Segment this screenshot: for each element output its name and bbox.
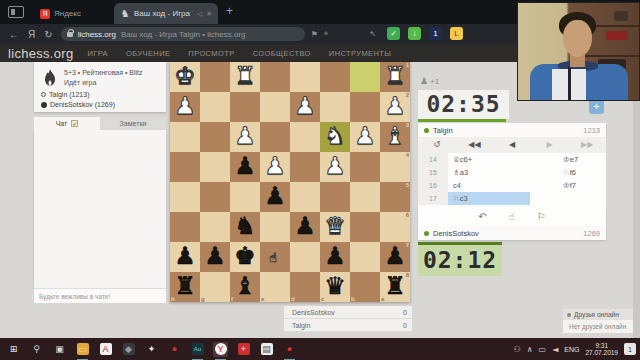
square-h3[interactable]	[170, 122, 200, 152]
crosstable-player: Talgin	[292, 322, 403, 329]
online-dot-icon	[424, 231, 429, 236]
red-swirl-browser-icon-glyph: ●	[172, 344, 177, 354]
cycle-icon[interactable]: ↺	[418, 137, 456, 153]
white-color-icon	[41, 92, 46, 97]
pin-icon[interactable]: ⌖	[324, 29, 329, 39]
square-e4[interactable]: ♟	[260, 152, 290, 182]
square-a5[interactable]: 5	[380, 182, 410, 212]
rank-label-3: 3	[406, 122, 409, 128]
task-view-icon-glyph: ▣	[55, 344, 64, 354]
white-rook: ♜	[230, 62, 260, 92]
white-pawn: ♟	[290, 92, 320, 122]
bookmark-icon[interactable]: ⚑	[311, 30, 318, 39]
white-figure-app-icon[interactable]: ✦	[144, 342, 159, 357]
square-a1[interactable]: ♜1	[380, 62, 410, 92]
square-b3[interactable]: ♟	[350, 122, 380, 152]
taskbar: ⊞⚲▣▭A◆✦●AuY+▤● ⚇ ∧ ▭ ◄ ENG 9:31 27.07.20…	[0, 338, 640, 360]
move-nav-row: ↺◀◀◀▶▶▶	[418, 137, 606, 153]
file-explorer-icon-glyph: ▭	[77, 343, 89, 355]
taskbar-icons: ⊞⚲▣▭A◆✦●AuY+▤●	[6, 342, 297, 357]
square-f5[interactable]	[230, 182, 260, 212]
chat-messages-area	[34, 130, 166, 288]
extension-row: ➴✓↓1L	[366, 27, 463, 40]
tray-time: 9:31	[585, 342, 618, 349]
letter-l-icon[interactable]: L	[450, 27, 463, 40]
square-g4[interactable]	[200, 152, 230, 182]
square-b8[interactable]: b	[350, 272, 380, 302]
black-pawn: ♟	[230, 152, 260, 182]
square-g8[interactable]: g	[200, 272, 230, 302]
square-h1[interactable]: ♚	[170, 62, 200, 92]
white-king: ♚	[170, 62, 200, 92]
tray-language[interactable]: ENG	[564, 346, 579, 353]
dark-app-icon-glyph: ◆	[123, 343, 135, 355]
file-label-e: e	[261, 296, 264, 302]
tray-volume-icon[interactable]: ◄	[552, 345, 558, 354]
crosstable: DenisSotskov 0 Talgin 0	[284, 306, 412, 332]
square-e2[interactable]	[260, 92, 290, 122]
chat-input[interactable]: Будьте вежливы в чате!	[34, 288, 166, 303]
tray-display-icon[interactable]: ▭	[539, 345, 547, 354]
screen: Я Яндекс ♞ Ваш ход - Игра Tal ◁ ✕ + ← Я …	[0, 0, 640, 360]
square-b2[interactable]	[350, 92, 380, 122]
square-d4[interactable]	[290, 152, 320, 182]
tray-people-icon[interactable]: ⚇	[514, 345, 521, 354]
square-g2[interactable]	[200, 92, 230, 122]
menu-item-3[interactable]: СООБЩЕСТВО	[253, 49, 311, 58]
calculator-icon-glyph: ▤	[261, 343, 273, 355]
black-pawn: ♟	[260, 182, 290, 212]
tab-chat[interactable]: Чат ✓	[34, 117, 100, 130]
tab-yandex[interactable]: Я Яндекс	[34, 3, 112, 24]
square-f2[interactable]	[230, 92, 260, 122]
square-a4[interactable]: 4	[380, 152, 410, 182]
square-b1[interactable]	[350, 62, 380, 92]
shelf-object	[614, 11, 628, 21]
url-domain: lichess.org	[78, 30, 116, 39]
file-label-a: a	[381, 296, 384, 302]
notification-center-icon[interactable]: 1	[624, 343, 636, 355]
rank-label-2: 2	[406, 92, 409, 98]
person-face	[563, 20, 592, 57]
notes-tab-label: Заметки	[120, 120, 147, 127]
square-d8[interactable]: d	[290, 272, 320, 302]
back-button[interactable]: ←	[9, 29, 19, 40]
white-pawn: ♟	[320, 152, 350, 182]
lichess-favicon: ♞	[120, 9, 130, 19]
crosstable-score: 0	[403, 322, 407, 329]
blitz-flame-icon	[42, 69, 58, 89]
square-d3[interactable]	[290, 122, 320, 152]
square-c8[interactable]: ♛c	[320, 272, 350, 302]
draw-offer-hand-icon[interactable]: ☝	[509, 211, 515, 222]
recorder-plus-icon-glyph: +	[238, 343, 250, 355]
material-advantage: ♟ +1	[420, 76, 439, 86]
move-row-16: 16c4♔f7	[418, 179, 606, 192]
file-label-f: f	[231, 296, 233, 302]
mouse-cursor-hand: ☝	[269, 250, 277, 265]
friends-header[interactable]: Друзья онлайн	[563, 309, 640, 320]
white-figure-app-icon-glyph: ✦	[148, 344, 156, 354]
square-f8[interactable]: ♝f	[230, 272, 260, 302]
white-pawn: ♟	[170, 92, 200, 122]
tab-panel-icon[interactable]	[8, 6, 24, 18]
square-d6[interactable]: ♟	[290, 212, 320, 242]
player-name: DenisSotskov	[433, 229, 583, 238]
system-tray: ⚇ ∧ ▭ ◄ ENG 9:31 27.07.2019 1	[514, 338, 636, 360]
friends-widget: Друзья онлайн Нет друзей онлайн	[563, 309, 640, 333]
square-f3[interactable]: ♟	[230, 122, 260, 152]
square-a8[interactable]: ♜a8	[380, 272, 410, 302]
file-label-h: h	[171, 296, 175, 302]
clock-black-active: 02:12	[418, 245, 502, 276]
file-explorer-icon[interactable]: ▭	[75, 342, 90, 357]
next-move-icon[interactable]: ▶	[531, 137, 569, 153]
square-b5[interactable]	[350, 182, 380, 212]
lichess-logo[interactable]: lichess.org	[8, 46, 73, 61]
tray-date: 27.07.2019	[585, 349, 618, 356]
square-d1[interactable]	[290, 62, 320, 92]
player-rating: 1269	[583, 229, 600, 238]
black-bishop: ♝	[230, 272, 260, 302]
move-row-17: 17♘c3	[418, 192, 606, 205]
white-player-name: Talgin (1213)	[49, 91, 89, 98]
player-row-bottom[interactable]: DenisSotskov 1269	[418, 226, 606, 240]
chess-board: ♚♜♜1♟♟♟2♟♞♟♝3♟♟♟4♟5♞♟♛6♟♟♚☝♟♟7♜hg♝fed♛cb…	[170, 62, 410, 302]
square-e7[interactable]: ☝	[260, 242, 290, 272]
crosstable-row[interactable]: Talgin 0	[284, 319, 412, 332]
rank-label-4: 4	[406, 152, 409, 158]
yandex-home-button[interactable]: Я	[28, 29, 35, 40]
square-a2[interactable]: ♟2	[380, 92, 410, 122]
clock-white: 02:35	[418, 90, 509, 119]
yandex-favicon: Я	[40, 9, 50, 19]
square-e1[interactable]	[260, 62, 290, 92]
record-button-icon-glyph: ●	[287, 344, 292, 354]
calculator-icon[interactable]: ▤	[259, 342, 274, 357]
square-e8[interactable]: e	[260, 272, 290, 302]
tab-close-icon[interactable]: ✕	[206, 10, 212, 18]
player-name: Talgin	[433, 126, 583, 135]
savefrom-icon[interactable]: ↓	[408, 27, 421, 40]
square-f6[interactable]: ♞	[230, 212, 260, 242]
game-actions-row: ↶☝⚐	[418, 207, 606, 226]
webcam-overlay	[518, 3, 639, 100]
move-white-17[interactable]: ♘c3	[448, 192, 530, 205]
square-f4[interactable]: ♟	[230, 152, 260, 182]
square-d7[interactable]	[290, 242, 320, 272]
refresh-button[interactable]: ↻	[44, 29, 52, 40]
yandex-browser-icon-glyph: Y	[215, 343, 227, 355]
pdf-app-icon[interactable]: A	[98, 342, 113, 357]
rank-label-8: 8	[406, 272, 409, 278]
black-color-icon	[41, 102, 47, 108]
black-pawn: ♟	[170, 242, 200, 272]
square-h6[interactable]	[170, 212, 200, 242]
white-knight: ♞	[320, 122, 350, 152]
tab-label: Яндекс	[54, 9, 81, 18]
square-d5[interactable]	[290, 182, 320, 212]
task-view-icon[interactable]: ▣	[52, 342, 67, 357]
start-button-glyph: ⊞	[10, 344, 18, 354]
move-row-15: 15♗a3♘f6	[418, 166, 606, 179]
player-row-top[interactable]: Talgin 1213	[418, 123, 606, 137]
square-e5[interactable]: ♟	[260, 182, 290, 212]
square-g6[interactable]	[200, 212, 230, 242]
square-f1[interactable]: ♜	[230, 62, 260, 92]
square-e6[interactable]	[260, 212, 290, 242]
dark-app-icon[interactable]: ◆	[121, 342, 136, 357]
tray-clock[interactable]: 9:31 27.07.2019	[585, 342, 618, 356]
takeback-icon[interactable]: ↶	[478, 211, 486, 222]
rank-label-5: 5	[406, 182, 409, 188]
lock-icon	[67, 32, 73, 37]
black-queen: ♛	[320, 272, 350, 302]
turbo-feather-icon[interactable]: ➴	[366, 27, 379, 40]
white-pawn: ♟	[230, 122, 260, 152]
page-scrollbar[interactable]	[633, 100, 640, 338]
chat-toggle-checkbox[interactable]: ✓	[71, 120, 78, 127]
square-h7[interactable]: ♟	[170, 242, 200, 272]
tray-chevron-up-icon[interactable]: ∧	[527, 345, 533, 354]
file-label-b: b	[351, 296, 355, 302]
menu-item-0[interactable]: ИГРА	[87, 49, 108, 58]
white-pawn: ♟	[350, 122, 380, 152]
move-black-16[interactable]: ♔f7	[530, 179, 606, 192]
black-pawn: ♟	[320, 242, 350, 272]
square-c6[interactable]: ♛	[320, 212, 350, 242]
pdf-app-icon-glyph: A	[100, 343, 112, 355]
square-c1[interactable]	[320, 62, 350, 92]
white-pawn: ♟	[260, 152, 290, 182]
move-number: 17	[418, 192, 448, 205]
audition-icon[interactable]: Au	[190, 342, 205, 357]
file-label-c: c	[321, 296, 324, 302]
menu-item-4[interactable]: ИНСТРУМЕНТЫ	[329, 49, 391, 58]
chat-placeholder: Будьте вежливы в чате!	[39, 293, 110, 300]
search-icon[interactable]: ⚲	[29, 342, 44, 357]
captured-pawn-icon: ♟	[420, 76, 428, 86]
square-g7[interactable]: ♟	[200, 242, 230, 272]
game-info-box: 5+3 • Рейтинговая • Blitz Идёт игра Talg…	[34, 62, 166, 112]
move-list: 14♕c6+♔e715♗a3♘f616c4♔f717♘c3	[418, 153, 606, 207]
move-white-14[interactable]: ♕c6+	[448, 153, 530, 166]
chat-tab-label: Чат	[56, 120, 68, 127]
square-b6[interactable]	[350, 212, 380, 242]
crosstable-score: 0	[403, 309, 407, 316]
menu-item-1[interactable]: ОБУЧЕНИЕ	[126, 49, 170, 58]
square-g1[interactable]	[200, 62, 230, 92]
square-h4[interactable]	[170, 152, 200, 182]
tab-label: Ваш ход - Игра Tal	[134, 9, 193, 18]
game-status-label: Идёт игра	[64, 79, 96, 86]
move-black-17[interactable]	[530, 192, 606, 205]
new-tab-button[interactable]: +	[226, 4, 233, 18]
audition-icon-glyph: Au	[192, 343, 204, 355]
black-player-line[interactable]: DenisSotskov (1269)	[41, 101, 115, 108]
first-move-icon[interactable]: ◀◀	[456, 137, 494, 153]
yandex-browser-icon[interactable]: Y	[213, 342, 228, 357]
friends-dot-icon	[567, 313, 571, 317]
player-rating: 1213	[583, 126, 600, 135]
rank-label-6: 6	[406, 212, 409, 218]
add-time-button[interactable]: +	[589, 99, 604, 114]
square-c7[interactable]: ♟	[320, 242, 350, 272]
move-number: 16	[418, 179, 448, 192]
clock-white-bar	[418, 119, 506, 122]
square-c4[interactable]: ♟	[320, 152, 350, 182]
move-row-14: 14♕c6+♔e7	[418, 153, 606, 166]
square-c3[interactable]: ♞	[320, 122, 350, 152]
square-c2[interactable]	[320, 92, 350, 122]
square-e3[interactable]	[260, 122, 290, 152]
move-number: 15	[418, 166, 448, 179]
badge-1-icon[interactable]: 1	[429, 27, 442, 40]
black-pawn: ♟	[290, 212, 320, 242]
black-player-name: DenisSotskov (1269)	[50, 101, 115, 108]
url-field[interactable]: lichess.org Ваш ход - Игра Talgin • lich…	[61, 27, 305, 41]
move-black-15[interactable]: ♘f6	[530, 166, 606, 179]
tab-audio-icon[interactable]: ◁	[197, 10, 202, 18]
time-control-label: 5+3 • Рейтинговая • Blitz	[64, 69, 143, 76]
chat-tabs: Чат ✓ Заметки	[34, 117, 166, 130]
square-g3[interactable]	[200, 122, 230, 152]
file-label-d: d	[291, 296, 295, 302]
square-h8[interactable]: ♜h	[170, 272, 200, 302]
friends-title: Друзья онлайн	[574, 311, 619, 318]
square-h5[interactable]	[170, 182, 200, 212]
crosstable-row[interactable]: DenisSotskov 0	[284, 306, 412, 319]
tab-lichess-active[interactable]: ♞ Ваш ход - Игра Tal ◁ ✕	[114, 3, 218, 24]
square-b7[interactable]	[350, 242, 380, 272]
rank-label-7: 7	[406, 242, 409, 248]
square-a7[interactable]: ♟7	[380, 242, 410, 272]
start-button[interactable]: ⊞	[6, 342, 21, 357]
shelf-object	[606, 31, 628, 40]
square-h2[interactable]: ♟	[170, 92, 200, 122]
resign-flag-icon[interactable]: ⚐	[537, 211, 546, 222]
adblock-shield-icon[interactable]: ✓	[387, 27, 400, 40]
red-swirl-browser-icon[interactable]: ●	[167, 342, 182, 357]
white-queen: ♛	[320, 212, 350, 242]
recorder-plus-icon[interactable]: +	[236, 342, 251, 357]
square-c5[interactable]	[320, 182, 350, 212]
move-number: 14	[418, 153, 448, 166]
move-white-15[interactable]: ♗a3	[448, 166, 530, 179]
square-g5[interactable]	[200, 182, 230, 212]
search-icon-glyph: ⚲	[33, 344, 40, 354]
prev-move-icon[interactable]: ◀	[493, 137, 531, 153]
material-count: +1	[430, 77, 439, 86]
url-page-title: Ваш ход - Игра Talgin • lichess.org	[121, 30, 246, 39]
site-menu: ИГРАОБУЧЕНИЕПРОСМОТРСООБЩЕСТВОИНСТРУМЕНТ…	[87, 49, 391, 58]
file-label-g: g	[201, 296, 205, 302]
square-d2[interactable]: ♟	[290, 92, 320, 122]
square-b4[interactable]	[350, 152, 380, 182]
online-dot-icon	[424, 128, 429, 133]
shirt-zipper	[568, 67, 571, 100]
crosstable-player: DenisSotskov	[292, 309, 403, 316]
square-a3[interactable]: ♝3	[380, 122, 410, 152]
friends-empty-label: Нет друзей онлайн	[563, 320, 640, 333]
last-move-icon[interactable]: ▶▶	[568, 137, 606, 153]
square-a6[interactable]: 6	[380, 212, 410, 242]
record-button-icon[interactable]: ●	[282, 342, 297, 357]
black-king: ♚	[230, 242, 260, 272]
white-player-line[interactable]: Talgin (1213)	[41, 91, 89, 98]
tab-notes[interactable]: Заметки	[100, 117, 166, 130]
menu-item-2[interactable]: ПРОСМОТР	[188, 49, 234, 58]
square-f7[interactable]: ♚	[230, 242, 260, 272]
rank-label-1: 1	[406, 62, 409, 68]
move-black-14[interactable]: ♔e7	[530, 153, 606, 166]
black-knight: ♞	[230, 212, 260, 242]
black-pawn: ♟	[200, 242, 230, 272]
move-white-16[interactable]: c4	[448, 179, 530, 192]
